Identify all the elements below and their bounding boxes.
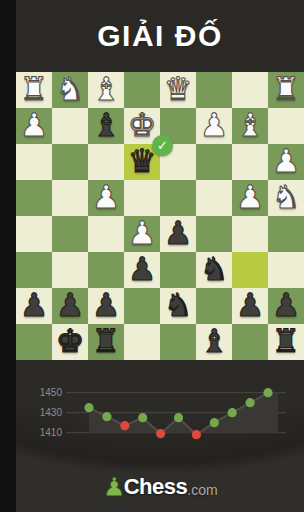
black-knight: ♞ <box>196 252 232 288</box>
black-pawn: ♟ <box>124 252 160 288</box>
square-g3[interactable] <box>52 144 88 180</box>
square-h2[interactable]: ♟ <box>16 108 52 144</box>
square-b6[interactable] <box>232 252 268 288</box>
rating-point-win <box>228 408 237 417</box>
square-b5[interactable] <box>232 216 268 252</box>
square-f1[interactable]: ♝ <box>88 72 124 108</box>
black-bishop: ♝ <box>196 324 232 360</box>
square-g2[interactable] <box>52 108 88 144</box>
correct-move-check-icon: ✓ <box>152 135 173 156</box>
black-rook: ♜ <box>88 324 124 360</box>
chesscom-logo-suffix: .com <box>187 482 217 498</box>
square-d6[interactable] <box>160 252 196 288</box>
square-e7[interactable] <box>124 288 160 324</box>
chesscom-logo-word: Chess <box>124 474 188 500</box>
rating-point-loss <box>192 430 201 439</box>
rating-point-win <box>246 398 255 407</box>
square-a8[interactable]: ♜ <box>268 324 304 360</box>
white-knight: ♞ <box>268 180 304 216</box>
chesscom-pawn-icon: ♟ <box>102 474 125 500</box>
square-g1[interactable]: ♞ <box>52 72 88 108</box>
square-h3[interactable] <box>16 144 52 180</box>
black-rook: ♜ <box>268 324 304 360</box>
white-bishop: ♝ <box>88 72 124 108</box>
square-c5[interactable] <box>196 216 232 252</box>
square-d8[interactable] <box>160 324 196 360</box>
square-e5[interactable]: ♟ <box>124 216 160 252</box>
white-pawn: ♟ <box>232 180 268 216</box>
black-pawn: ♟ <box>16 288 52 324</box>
white-pawn: ♟ <box>124 216 160 252</box>
rating-point-win <box>174 413 183 422</box>
square-b3[interactable] <box>232 144 268 180</box>
square-c3[interactable] <box>196 144 232 180</box>
square-a4[interactable]: ♞ <box>268 180 304 216</box>
white-pawn: ♟ <box>88 180 124 216</box>
chess-board[interactable]: ♜♞♝♛♜♟♝♚♟♝♛♟♟♟♞♟♟♟♞♟♟♟♞♟♟♚♜♝♜✓ <box>16 72 304 360</box>
square-h5[interactable] <box>16 216 52 252</box>
square-g8[interactable]: ♚ <box>52 324 88 360</box>
white-rook: ♜ <box>16 72 52 108</box>
white-pawn: ♟ <box>196 108 232 144</box>
black-king: ♚ <box>52 324 88 360</box>
app-screen: GIẢI ĐỐ ♜♞♝♛♜♟♝♚♟♝♛♟♟♟♞♟♟♟♞♟♟♟♞♟♟♚♜♝♜✓ 1… <box>16 0 304 512</box>
square-b1[interactable] <box>232 72 268 108</box>
square-c6[interactable]: ♞ <box>196 252 232 288</box>
square-g5[interactable] <box>52 216 88 252</box>
square-d5[interactable]: ♟ <box>160 216 196 252</box>
square-h4[interactable] <box>16 180 52 216</box>
white-queen: ♛ <box>160 72 196 108</box>
square-b2[interactable]: ♝ <box>232 108 268 144</box>
black-pawn: ♟ <box>232 288 268 324</box>
white-rook: ♜ <box>268 72 304 108</box>
rating-point-loss <box>156 429 165 438</box>
black-pawn: ♟ <box>268 288 304 324</box>
white-pawn: ♟ <box>268 144 304 180</box>
square-c7[interactable] <box>196 288 232 324</box>
black-pawn: ♟ <box>52 288 88 324</box>
square-f3[interactable] <box>88 144 124 180</box>
chesscom-logo: ♟ Chess .com <box>16 470 304 504</box>
square-a3[interactable]: ♟ <box>268 144 304 180</box>
square-a2[interactable] <box>268 108 304 144</box>
black-knight: ♞ <box>160 288 196 324</box>
square-d4[interactable] <box>160 180 196 216</box>
square-g6[interactable] <box>52 252 88 288</box>
square-f5[interactable] <box>88 216 124 252</box>
square-a1[interactable]: ♜ <box>268 72 304 108</box>
black-pawn: ♟ <box>160 216 196 252</box>
square-c4[interactable] <box>196 180 232 216</box>
ytick-1430: 1430 <box>40 407 63 418</box>
white-knight: ♞ <box>52 72 88 108</box>
ytick-1410: 1410 <box>40 427 63 438</box>
rating-point-win <box>210 418 219 427</box>
square-h6[interactable] <box>16 252 52 288</box>
page-title: GIẢI ĐỐ <box>97 19 223 53</box>
square-d1[interactable]: ♛ <box>160 72 196 108</box>
square-f8[interactable]: ♜ <box>88 324 124 360</box>
square-c2[interactable]: ♟ <box>196 108 232 144</box>
square-f7[interactable]: ♟ <box>88 288 124 324</box>
square-h1[interactable]: ♜ <box>16 72 52 108</box>
white-pawn: ♟ <box>16 108 52 144</box>
square-f4[interactable]: ♟ <box>88 180 124 216</box>
black-pawn: ♟ <box>88 288 124 324</box>
white-bishop: ♝ <box>232 108 268 144</box>
square-g7[interactable]: ♟ <box>52 288 88 324</box>
square-g4[interactable] <box>52 180 88 216</box>
square-f6[interactable] <box>88 252 124 288</box>
rating-point-loss <box>120 421 129 430</box>
square-c1[interactable] <box>196 72 232 108</box>
square-b7[interactable]: ♟ <box>232 288 268 324</box>
square-d7[interactable]: ♞ <box>160 288 196 324</box>
square-c8[interactable]: ♝ <box>196 324 232 360</box>
square-e4[interactable] <box>124 180 160 216</box>
header: GIẢI ĐỐ <box>16 0 304 72</box>
footer-section: 145014301410 ♟ Chess .com <box>16 360 304 512</box>
square-h7[interactable]: ♟ <box>16 288 52 324</box>
square-f2[interactable]: ♝ <box>88 108 124 144</box>
square-e1[interactable] <box>124 72 160 108</box>
ytick-1450: 1450 <box>40 387 63 398</box>
square-e6[interactable]: ♟ <box>124 252 160 288</box>
square-e8[interactable] <box>124 324 160 360</box>
rating-point-win <box>102 412 111 421</box>
rating-point-win <box>84 403 93 412</box>
black-bishop: ♝ <box>88 108 124 144</box>
rating-point-win <box>138 413 147 422</box>
square-b8[interactable] <box>232 324 268 360</box>
square-a6[interactable] <box>268 252 304 288</box>
square-b4[interactable]: ♟ <box>232 180 268 216</box>
rating-point-win <box>263 388 272 397</box>
square-h8[interactable] <box>16 324 52 360</box>
square-a7[interactable]: ♟ <box>268 288 304 324</box>
square-a5[interactable] <box>268 216 304 252</box>
